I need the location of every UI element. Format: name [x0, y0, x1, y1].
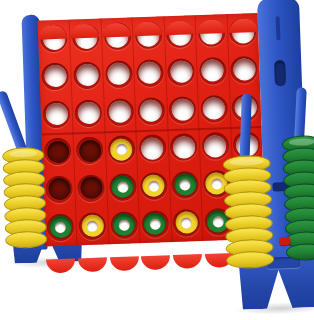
board-cell-r4c1[interactable] — [42, 132, 75, 171]
board-cell-r2c2[interactable] — [70, 56, 103, 95]
hole-aperture — [112, 214, 135, 237]
hole-aperture — [201, 60, 224, 83]
empty-hole — [106, 98, 134, 126]
disc-center-hole — [211, 178, 222, 189]
disc-center-hole — [148, 180, 159, 191]
board-cell-r2c6[interactable] — [196, 52, 229, 91]
right-post-oval-slot — [274, 60, 286, 86]
scallop-bump — [141, 255, 170, 270]
hole-aperture — [233, 59, 256, 82]
empty-hole — [41, 63, 69, 91]
empty-hole — [75, 99, 103, 127]
board-cell-r6c4[interactable] — [138, 204, 171, 243]
board-cell-r5c3[interactable] — [106, 168, 139, 207]
hole-aperture — [173, 136, 196, 159]
empty-hole — [199, 57, 227, 85]
empty-hole — [73, 61, 101, 89]
scallop-bump — [197, 19, 226, 34]
disc-center-hole — [117, 182, 128, 193]
green-disc — [171, 171, 199, 199]
disc-center-hole — [118, 219, 129, 230]
scene-tilt-wrapper — [0, 0, 314, 320]
product-photo-giant-connect-four — [0, 0, 314, 320]
yellow-stacked-disc — [5, 230, 48, 248]
scallop-bump — [133, 21, 162, 36]
hole-aperture — [111, 176, 134, 199]
scallop-bump — [165, 20, 194, 35]
board-cell-r2c1[interactable] — [39, 57, 72, 96]
hole-aperture — [140, 100, 163, 123]
board-cell-r3c5[interactable] — [166, 90, 199, 129]
board-cell-r2c5[interactable] — [165, 53, 198, 92]
hole-aperture — [139, 62, 162, 85]
empty-hole — [139, 135, 167, 163]
disc-center-hole — [181, 217, 192, 228]
hole-aperture — [77, 102, 100, 125]
hole-aperture — [107, 63, 130, 86]
board-cell-r5c5[interactable] — [168, 166, 201, 205]
hole-aperture — [170, 61, 193, 84]
right-yellow-disc-stack[interactable] — [222, 155, 274, 270]
green-disc — [110, 211, 138, 239]
hole-aperture — [47, 140, 70, 163]
empty-hole — [200, 95, 228, 123]
scallop-bump — [229, 18, 258, 33]
hole-aperture — [203, 97, 226, 120]
disc-center-hole — [116, 144, 127, 155]
yellow-disc — [107, 136, 135, 164]
board-cell-r4c5[interactable] — [167, 128, 200, 167]
board-cell-r4c3[interactable] — [104, 130, 137, 169]
empty-hole — [44, 138, 72, 166]
board-cell-r3c3[interactable] — [103, 93, 136, 132]
scallop-bump — [110, 256, 139, 271]
hole-aperture — [44, 65, 67, 88]
hole-aperture — [78, 139, 101, 162]
empty-hole — [169, 96, 197, 124]
yellow-stacked-disc — [226, 251, 275, 270]
yellow-disc — [78, 212, 106, 240]
empty-hole — [137, 97, 165, 125]
right-post-ridge — [276, 16, 281, 40]
board-cell-r2c7[interactable] — [227, 51, 260, 90]
board-cell-r5c4[interactable] — [137, 167, 170, 206]
scallop-bump — [70, 24, 99, 39]
hole-aperture — [48, 178, 71, 201]
hole-aperture — [76, 64, 99, 87]
scallop-bump — [78, 257, 107, 272]
empty-hole — [43, 100, 71, 128]
board-cell-r3c4[interactable] — [134, 92, 167, 131]
disc-center-hole — [87, 220, 98, 231]
board-cell-r2c4[interactable] — [133, 54, 166, 93]
board-cell-r4c2[interactable] — [73, 131, 106, 170]
scallop-bump — [173, 254, 202, 269]
yellow-disc — [140, 172, 168, 200]
green-disc — [141, 210, 169, 238]
disc-center-hole — [180, 179, 191, 190]
empty-hole — [76, 137, 104, 165]
hole-aperture — [109, 101, 132, 124]
empty-hole — [230, 56, 258, 84]
disc-center-hole — [212, 216, 223, 227]
disc-center-hole — [150, 218, 161, 229]
board-cell-r2c3[interactable] — [102, 55, 135, 94]
red-release-knob[interactable] — [279, 237, 290, 245]
empty-hole — [45, 176, 73, 204]
empty-hole — [77, 174, 105, 202]
hole-aperture — [171, 98, 194, 121]
yellow-disc — [173, 209, 201, 237]
board-cell-r3c1[interactable] — [40, 95, 73, 134]
hole-aperture — [110, 138, 133, 161]
board-cell-r6c1[interactable] — [44, 208, 77, 247]
board-cell-r6c3[interactable] — [107, 206, 140, 245]
green-disc — [47, 213, 75, 241]
green-disc — [109, 173, 137, 201]
board-cell-r6c2[interactable] — [76, 207, 109, 246]
hole-aperture — [174, 174, 197, 197]
hole-aperture — [143, 175, 166, 198]
hole-aperture — [175, 211, 198, 234]
scallop-bump — [38, 25, 67, 40]
hole-aperture — [49, 216, 72, 239]
board-cell-r3c6[interactable] — [197, 89, 230, 128]
empty-hole — [136, 59, 164, 87]
scallop-bump — [46, 258, 75, 273]
hole-aperture — [204, 135, 227, 158]
hole-aperture — [141, 137, 164, 160]
empty-hole — [167, 58, 195, 86]
board-cell-r3c2[interactable] — [72, 94, 105, 133]
hole-aperture — [45, 103, 68, 126]
hole-aperture — [144, 212, 167, 235]
board-cell-r5c2[interactable] — [74, 169, 107, 208]
board-cell-r5c1[interactable] — [43, 170, 76, 209]
hole-aperture — [80, 177, 103, 200]
scallop-bump — [101, 22, 130, 37]
empty-hole — [170, 133, 198, 161]
board-cell-r6c5[interactable] — [170, 203, 203, 242]
board-cell-r4c4[interactable] — [136, 129, 169, 168]
hole-aperture — [81, 215, 104, 238]
left-yellow-disc-stack[interactable] — [2, 146, 47, 248]
empty-hole — [105, 60, 133, 88]
disc-center-hole — [55, 221, 66, 232]
